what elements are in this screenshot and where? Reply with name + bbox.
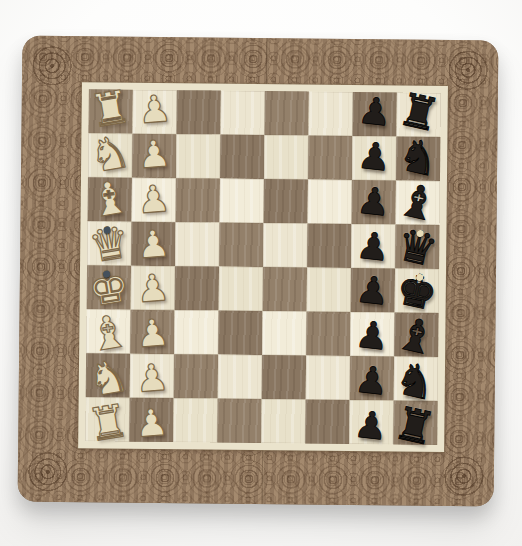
- square-a6[interactable]: [308, 92, 352, 136]
- square-b6[interactable]: [308, 136, 352, 180]
- square-h7[interactable]: ♟: [349, 400, 393, 444]
- square-g8[interactable]: ♞: [394, 356, 438, 400]
- square-b7[interactable]: ♟: [352, 136, 396, 180]
- piece-black-rook-h8[interactable]: ♜: [388, 399, 441, 452]
- piece-white-pawn-d2[interactable]: ♟: [130, 220, 177, 267]
- pawn-icon: ♟: [354, 270, 391, 311]
- square-d1[interactable]: ♛: [87, 221, 131, 265]
- square-g2[interactable]: ♟: [130, 354, 174, 398]
- square-a7[interactable]: ♟: [352, 92, 396, 136]
- piece-white-pawn-h2[interactable]: ♟: [128, 399, 175, 446]
- square-h5[interactable]: [261, 399, 305, 443]
- square-f5[interactable]: [262, 311, 306, 355]
- piece-white-pawn-a2[interactable]: ♟: [131, 85, 178, 132]
- square-c7[interactable]: ♟: [351, 180, 395, 224]
- square-g6[interactable]: [306, 356, 350, 400]
- square-c6[interactable]: [307, 180, 351, 224]
- square-d5[interactable]: [263, 223, 307, 267]
- square-h2[interactable]: ♟: [129, 398, 173, 442]
- pawn-icon: ♟: [136, 89, 172, 128]
- pawn-icon: ♟: [134, 403, 170, 442]
- pawn-icon: ♟: [134, 358, 170, 397]
- square-f1[interactable]: ♝: [86, 309, 130, 353]
- square-h3[interactable]: [173, 398, 217, 442]
- square-f7[interactable]: ♟: [350, 312, 394, 356]
- piece-white-rook-h1[interactable]: ♜: [83, 397, 134, 448]
- rook-icon: ♜: [84, 397, 131, 448]
- square-g3[interactable]: [174, 354, 218, 398]
- square-g4[interactable]: [218, 355, 262, 399]
- square-a2[interactable]: ♟: [132, 90, 176, 134]
- square-d6[interactable]: [307, 224, 351, 268]
- wooden-board-slab: ♜♟♟♜♞♟♟♞♝♟♟♝♛♟♟♛♚♟♟♚♝♟♟♝♞♟♟♞♜♟♟♜: [18, 36, 499, 507]
- square-d3[interactable]: [175, 222, 219, 266]
- board-surface: ♜♟♟♜♞♟♟♞♝♟♟♝♛♟♟♛♚♟♟♚♝♟♟♝♞♟♟♞♜♟♟♜: [78, 82, 448, 452]
- square-a4[interactable]: [220, 91, 264, 135]
- square-g7[interactable]: ♟: [350, 356, 394, 400]
- square-e3[interactable]: [175, 266, 219, 310]
- pawn-icon: ♟: [354, 315, 391, 356]
- piece-white-pawn-b2[interactable]: ♟: [130, 130, 177, 177]
- corner-medallion-icon: [444, 46, 493, 95]
- square-h1[interactable]: ♜: [85, 397, 129, 441]
- square-h8[interactable]: ♜: [393, 400, 437, 444]
- rook-icon: ♜: [390, 399, 439, 452]
- piece-white-pawn-e2[interactable]: ♟: [129, 264, 176, 311]
- square-c1[interactable]: ♝: [88, 177, 132, 221]
- square-f4[interactable]: [218, 311, 262, 355]
- square-b4[interactable]: [220, 135, 264, 179]
- square-b2[interactable]: ♟: [132, 134, 176, 178]
- pawn-icon: ♟: [355, 181, 392, 222]
- square-e7[interactable]: ♟: [351, 268, 395, 312]
- square-a3[interactable]: [176, 90, 220, 134]
- pawn-icon: ♟: [355, 226, 392, 267]
- pawn-icon: ♟: [136, 179, 172, 218]
- square-d2[interactable]: ♟: [131, 222, 175, 266]
- scene: ♜♟♟♜♞♟♟♞♝♟♟♝♛♟♟♛♚♟♟♚♝♟♟♝♞♟♟♞♜♟♟♜: [0, 0, 522, 546]
- square-h4[interactable]: [217, 399, 261, 443]
- pawn-icon: ♟: [135, 268, 171, 307]
- square-e1[interactable]: ♚: [87, 265, 131, 309]
- square-g1[interactable]: ♞: [86, 353, 130, 397]
- square-g5[interactable]: [262, 355, 306, 399]
- pawn-icon: ♟: [356, 91, 393, 132]
- pawn-icon: ♟: [353, 360, 390, 401]
- square-e5[interactable]: [263, 267, 307, 311]
- pawn-icon: ♟: [134, 313, 170, 352]
- pawn-icon: ♟: [135, 224, 171, 263]
- square-d4[interactable]: [219, 223, 263, 267]
- square-e4[interactable]: [219, 267, 263, 311]
- square-e2[interactable]: ♟: [131, 266, 175, 310]
- square-c3[interactable]: [176, 178, 220, 222]
- chess-board: ♜♟♟♜♞♟♟♞♝♟♟♝♛♟♟♛♚♟♟♚♝♟♟♝♞♟♟♞♜♟♟♜: [85, 89, 441, 445]
- square-c4[interactable]: [220, 179, 264, 223]
- square-h6[interactable]: [305, 400, 349, 444]
- square-f6[interactable]: [306, 312, 350, 356]
- piece-white-pawn-g2[interactable]: ♟: [128, 354, 175, 401]
- square-c5[interactable]: [264, 179, 308, 223]
- pawn-icon: ♟: [356, 136, 393, 177]
- corner-medallion-icon: [28, 42, 77, 91]
- square-b5[interactable]: [264, 135, 308, 179]
- square-a5[interactable]: [264, 91, 308, 135]
- square-c2[interactable]: ♟: [132, 178, 176, 222]
- square-b3[interactable]: [176, 134, 220, 178]
- square-f2[interactable]: ♟: [130, 310, 174, 354]
- pawn-icon: ♟: [136, 134, 172, 173]
- pawn-icon: ♟: [352, 405, 389, 446]
- square-e6[interactable]: [307, 268, 351, 312]
- corner-medallion-icon: [24, 448, 73, 497]
- piece-white-pawn-f2[interactable]: ♟: [129, 309, 176, 356]
- corner-medallion-icon: [440, 452, 489, 501]
- piece-white-pawn-c2[interactable]: ♟: [130, 175, 177, 222]
- square-d7[interactable]: ♟: [351, 224, 395, 268]
- square-f3[interactable]: [174, 310, 218, 354]
